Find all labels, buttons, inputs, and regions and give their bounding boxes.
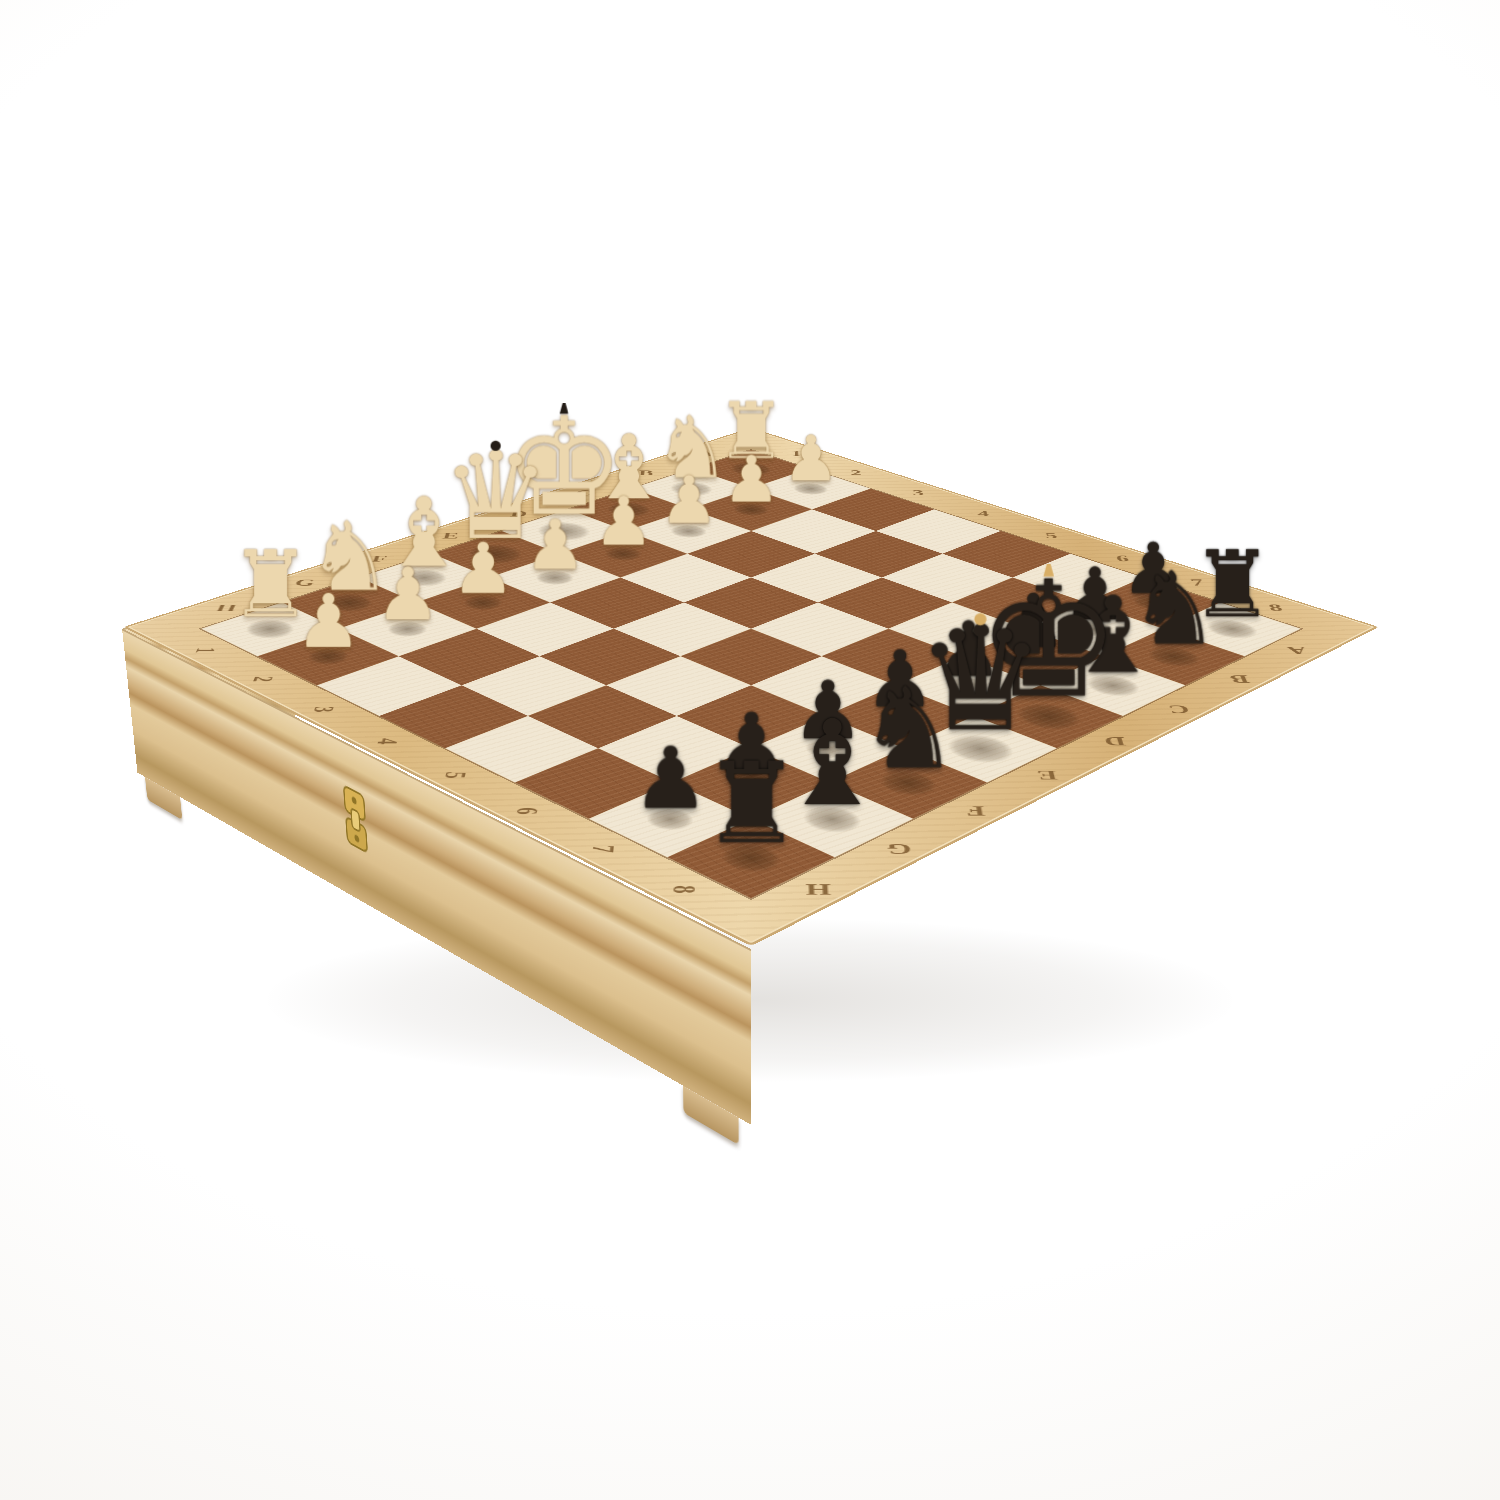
box-foot xyxy=(145,777,182,820)
white-pawn-h2[interactable]: ♟ xyxy=(295,586,361,656)
white-king-finial-spike xyxy=(559,398,568,414)
board-square-d4[interactable] xyxy=(684,577,818,628)
chess-set-photo: AABBCCDDEEFFGGHH1122334455667788 ♜♟♟♜♞♟♟… xyxy=(0,0,1500,1500)
black-rook-h8[interactable]: ♜ xyxy=(701,751,801,857)
box-foot xyxy=(683,1086,739,1145)
board-square-h8[interactable]: ♜ xyxy=(668,819,835,898)
white-queen-finial-ball xyxy=(490,441,500,451)
latch-clasp[interactable] xyxy=(338,781,373,860)
black-queen-finial-ball xyxy=(974,613,986,625)
black-king-finial-spike xyxy=(1043,557,1054,577)
chess-box-top: AABBCCDDEEFFGGHH1122334455667788 ♜♟♟♜♞♟♟… xyxy=(123,428,1379,946)
latch-clasp-icon xyxy=(338,781,373,860)
black-pawn-h7[interactable]: ♟ xyxy=(632,738,708,819)
